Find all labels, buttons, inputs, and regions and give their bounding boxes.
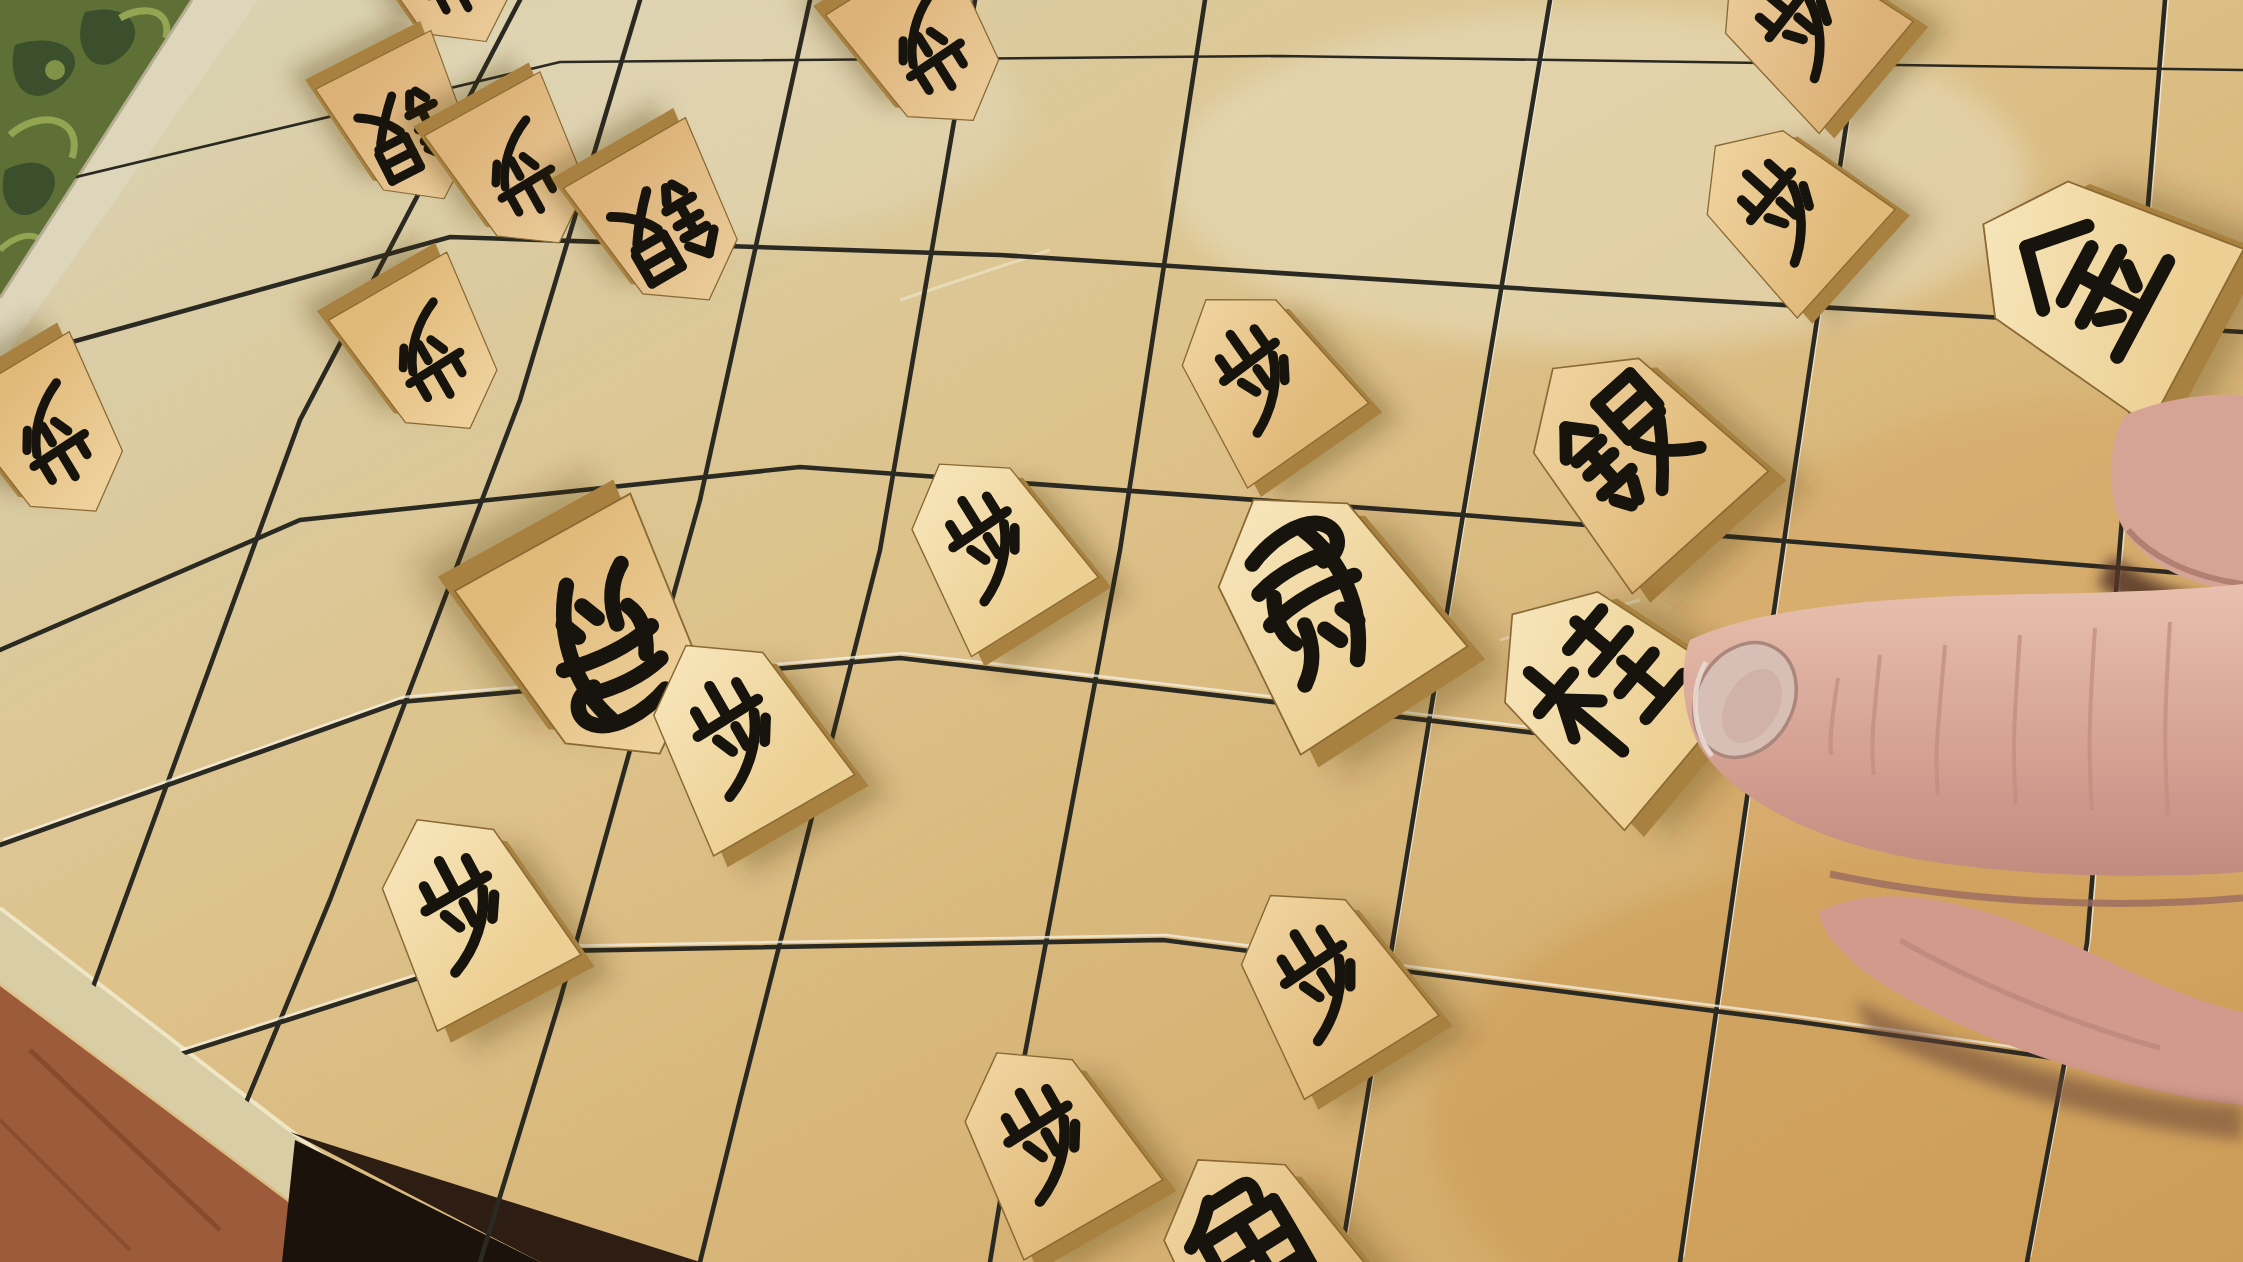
shogi-board-scene: 歩 (pawn-partial-unidentified, gote, 8c)銀… [0,0,2243,1262]
shogi-photo: 歩 (pawn-partial-unidentified, gote, 8c)銀… [0,0,2243,1262]
